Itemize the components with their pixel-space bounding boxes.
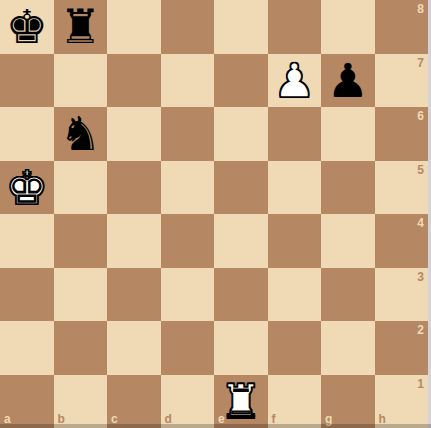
square-d3[interactable] [161,268,215,322]
rank-label-6: 6 [417,109,424,123]
square-b7[interactable] [54,54,108,108]
square-h6[interactable]: 6 [375,107,429,161]
piece-black-king-a8[interactable]: ♚ [0,0,54,54]
file-label-d: d [165,412,172,426]
square-g4[interactable] [321,214,375,268]
file-label-h: h [379,412,386,426]
rank-label-7: 7 [417,56,424,70]
chess-board-frame: ♚♜8♟♟7♞6♚5432abcde♜fg1h [0,0,431,428]
square-c6[interactable] [107,107,161,161]
square-f7[interactable]: ♟ [268,54,322,108]
square-f2[interactable] [268,321,322,375]
square-e3[interactable] [214,268,268,322]
square-c2[interactable] [107,321,161,375]
file-label-b: b [58,412,65,426]
square-d5[interactable] [161,161,215,215]
square-g2[interactable] [321,321,375,375]
piece-black-pawn-g7[interactable]: ♟ [321,54,375,108]
square-e7[interactable] [214,54,268,108]
file-label-a: a [4,412,11,426]
square-c3[interactable] [107,268,161,322]
square-c8[interactable] [107,0,161,54]
file-label-c: c [111,412,118,426]
piece-black-knight-b6[interactable]: ♞ [54,107,108,161]
square-a6[interactable] [0,107,54,161]
square-h1[interactable]: 1h [375,375,429,428]
square-f8[interactable] [268,0,322,54]
rank-label-1: 1 [417,377,424,391]
square-b4[interactable] [54,214,108,268]
square-e6[interactable] [214,107,268,161]
square-g7[interactable]: ♟ [321,54,375,108]
rank-label-8: 8 [417,2,424,16]
square-a8[interactable]: ♚ [0,0,54,54]
square-b2[interactable] [54,321,108,375]
square-c4[interactable] [107,214,161,268]
square-d4[interactable] [161,214,215,268]
chess-board: ♚♜8♟♟7♞6♚5432abcde♜fg1h [0,0,428,428]
square-e2[interactable] [214,321,268,375]
square-f4[interactable] [268,214,322,268]
square-b5[interactable] [54,161,108,215]
square-e8[interactable] [214,0,268,54]
file-label-f: f [272,412,276,426]
square-g5[interactable] [321,161,375,215]
square-d8[interactable] [161,0,215,54]
square-c5[interactable] [107,161,161,215]
square-g3[interactable] [321,268,375,322]
square-a7[interactable] [0,54,54,108]
square-g6[interactable] [321,107,375,161]
square-f5[interactable] [268,161,322,215]
piece-white-king-a5[interactable]: ♚ [0,161,54,215]
square-f3[interactable] [268,268,322,322]
square-a4[interactable] [0,214,54,268]
piece-black-rook-b8[interactable]: ♜ [54,0,108,54]
square-c1[interactable]: c [107,375,161,428]
square-h7[interactable]: 7 [375,54,429,108]
square-f6[interactable] [268,107,322,161]
square-a3[interactable] [0,268,54,322]
square-c7[interactable] [107,54,161,108]
piece-white-pawn-f7[interactable]: ♟ [268,54,322,108]
square-b3[interactable] [54,268,108,322]
square-d6[interactable] [161,107,215,161]
square-d1[interactable]: d [161,375,215,428]
square-e5[interactable] [214,161,268,215]
file-label-e: e [218,412,225,426]
square-b8[interactable]: ♜ [54,0,108,54]
rank-label-5: 5 [417,163,424,177]
square-b6[interactable]: ♞ [54,107,108,161]
file-label-g: g [325,412,332,426]
square-h8[interactable]: 8 [375,0,429,54]
square-e1[interactable]: e♜ [214,375,268,428]
square-g8[interactable] [321,0,375,54]
square-h5[interactable]: 5 [375,161,429,215]
square-e4[interactable] [214,214,268,268]
square-h3[interactable]: 3 [375,268,429,322]
square-f1[interactable]: f [268,375,322,428]
rank-label-4: 4 [417,216,424,230]
square-d7[interactable] [161,54,215,108]
square-h4[interactable]: 4 [375,214,429,268]
rank-label-2: 2 [417,323,424,337]
square-b1[interactable]: b [54,375,108,428]
square-a1[interactable]: a [0,375,54,428]
square-a2[interactable] [0,321,54,375]
square-g1[interactable]: g [321,375,375,428]
rank-label-3: 3 [417,270,424,284]
square-d2[interactable] [161,321,215,375]
square-a5[interactable]: ♚ [0,161,54,215]
square-h2[interactable]: 2 [375,321,429,375]
